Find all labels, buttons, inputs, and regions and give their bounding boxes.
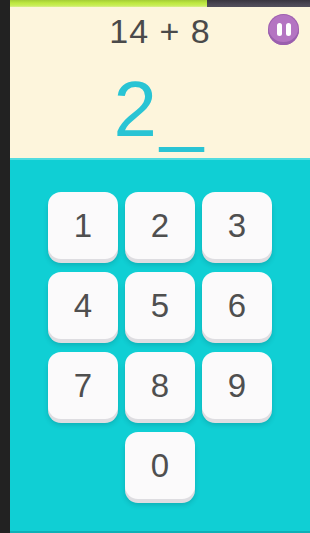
progress-fill <box>10 0 207 7</box>
key-0[interactable]: 0 <box>125 432 195 499</box>
game-screen: 14 + 8 2_ 1 2 3 4 5 6 7 8 9 0 <box>10 0 310 533</box>
answer-value: 2 <box>114 65 160 153</box>
answer-display: 2_ <box>10 64 310 154</box>
question-panel: 14 + 8 2_ <box>10 7 310 158</box>
key-7[interactable]: 7 <box>48 352 118 419</box>
key-1[interactable]: 1 <box>48 192 118 259</box>
key-4[interactable]: 4 <box>48 272 118 339</box>
pause-button[interactable] <box>268 14 299 45</box>
key-2[interactable]: 2 <box>125 192 195 259</box>
pause-icon <box>277 23 291 36</box>
question-text: 14 + 8 <box>10 12 310 50</box>
keypad: 1 2 3 4 5 6 7 8 9 0 <box>48 192 272 499</box>
key-9[interactable]: 9 <box>202 352 272 419</box>
key-5[interactable]: 5 <box>125 272 195 339</box>
key-6[interactable]: 6 <box>202 272 272 339</box>
progress-bar <box>10 0 310 7</box>
key-3[interactable]: 3 <box>202 192 272 259</box>
answer-cursor: _ <box>160 65 206 153</box>
key-8[interactable]: 8 <box>125 352 195 419</box>
